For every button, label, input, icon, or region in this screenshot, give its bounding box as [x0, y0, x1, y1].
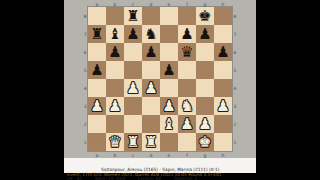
square-e2[interactable]: ♝ — [160, 115, 178, 133]
square-d1[interactable]: ♜ — [142, 133, 160, 151]
clock-text: 29 - 85 — [67, 176, 82, 180]
square-f6[interactable]: ♛ — [178, 43, 196, 61]
rank-label-6: 6 — [70, 45, 88, 59]
square-h1[interactable] — [214, 133, 232, 151]
piece-white-r-d1[interactable]: ♜ — [144, 133, 157, 151]
square-a7[interactable]: ♜ — [88, 25, 106, 43]
rank-label-4: 4 — [232, 81, 250, 95]
rank-label-8: 8 — [232, 9, 250, 23]
square-d7[interactable]: ♞ — [142, 25, 160, 43]
square-c3[interactable] — [124, 97, 142, 115]
square-h6[interactable]: ♟ — [214, 43, 232, 61]
piece-white-p-b3[interactable]: ♟ — [108, 97, 121, 115]
piece-black-b-b7[interactable]: ♝ — [108, 25, 121, 43]
square-h2[interactable] — [214, 115, 232, 133]
file-label-f: f — [180, 2, 194, 7]
rank-label-2: 2 — [70, 117, 88, 131]
square-f2[interactable]: ♟ — [178, 115, 196, 133]
video-frame: abcdefgh 87654321 ♜♚♜♝♟♞♟♟♟♟♛♟♟♟♟♟♟♟♟♞♟♝… — [0, 0, 320, 180]
piece-white-p-f2[interactable]: ♟ — [180, 115, 193, 133]
file-label-h: h — [216, 153, 230, 158]
file-label-a: a — [90, 2, 104, 7]
square-g8[interactable]: ♚ — [196, 7, 214, 25]
file-label-c: c — [126, 153, 140, 158]
piece-black-p-a5[interactable]: ♟ — [90, 61, 103, 79]
rank-label-7: 7 — [232, 27, 250, 41]
square-a1[interactable] — [88, 133, 106, 151]
piece-black-p-h6[interactable]: ♟ — [216, 43, 229, 61]
square-h8[interactable] — [214, 7, 232, 25]
square-g4[interactable] — [196, 79, 214, 97]
piece-black-p-e5[interactable]: ♟ — [162, 61, 175, 79]
piece-black-p-b6[interactable]: ♟ — [108, 43, 121, 61]
square-f1[interactable] — [178, 133, 196, 151]
file-label-e: e — [162, 2, 176, 7]
square-h5[interactable] — [214, 61, 232, 79]
square-d3[interactable] — [142, 97, 160, 115]
square-a6[interactable] — [88, 43, 106, 61]
file-label-e: e — [162, 153, 176, 158]
rank-label-5: 5 — [232, 63, 250, 77]
square-f7[interactable]: ♟ — [178, 25, 196, 43]
square-h4[interactable] — [214, 79, 232, 97]
chess-content-column: abcdefgh 87654321 ♜♚♜♝♟♞♟♟♟♟♛♟♟♟♟♟♟♟♟♞♟♝… — [64, 0, 256, 180]
square-c8[interactable]: ♜ — [124, 7, 142, 25]
piece-white-p-e3[interactable]: ♟ — [162, 97, 175, 115]
rank-label-1: 1 — [232, 135, 250, 149]
left-letterbox-bar — [0, 0, 64, 180]
piece-white-p-g2[interactable]: ♟ — [198, 115, 211, 133]
square-e7[interactable] — [160, 25, 178, 43]
piece-white-k-g1[interactable]: ♚ — [198, 133, 211, 151]
caption-strip: Soltanpour, Arezou (2165) - Sapin, Marin… — [64, 158, 256, 173]
piece-white-p-d4[interactable]: ♟ — [144, 79, 157, 97]
piece-black-k-g8[interactable]: ♚ — [198, 7, 211, 25]
square-e1[interactable] — [160, 133, 178, 151]
square-d4[interactable]: ♟ — [142, 79, 160, 97]
file-label-g: g — [198, 2, 212, 7]
rank-label-5: 5 — [70, 63, 88, 77]
square-e8[interactable] — [160, 7, 178, 25]
length-text: Length: 66 — [138, 176, 161, 180]
square-f5[interactable] — [178, 61, 196, 79]
rank-label-3: 3 — [70, 99, 88, 113]
rank-label-3: 3 — [232, 99, 250, 113]
piece-black-p-f7[interactable]: ♟ — [180, 25, 193, 43]
square-b5[interactable] — [106, 61, 124, 79]
piece-white-p-c4[interactable]: ♟ — [126, 79, 139, 97]
square-b8[interactable] — [106, 7, 124, 25]
square-c6[interactable] — [124, 43, 142, 61]
file-label-d: d — [144, 153, 158, 158]
square-b3[interactable]: ♟ — [106, 97, 124, 115]
piece-white-b-e2[interactable]: ♝ — [162, 115, 175, 133]
chess-board[interactable]: ♜♚♜♝♟♞♟♟♟♟♛♟♟♟♟♟♟♟♟♞♟♝♟♟♛♜♜♚ — [88, 7, 232, 151]
piece-white-q-b1[interactable]: ♛ — [108, 133, 121, 151]
square-b6[interactable]: ♟ — [106, 43, 124, 61]
square-c1[interactable]: ♜ — [124, 133, 142, 151]
piece-white-r-c1[interactable]: ♜ — [126, 133, 139, 151]
square-c5[interactable] — [124, 61, 142, 79]
square-g1[interactable]: ♚ — [196, 133, 214, 151]
square-h3[interactable]: ♟ — [214, 97, 232, 115]
rank-label-4: 4 — [70, 81, 88, 95]
square-g7[interactable]: ♟ — [196, 25, 214, 43]
piece-black-p-c7[interactable]: ♟ — [126, 25, 139, 43]
square-g3[interactable] — [196, 97, 214, 115]
piece-black-q-f6[interactable]: ♛ — [180, 43, 193, 61]
rank-label-7: 7 — [70, 27, 88, 41]
file-label-d: d — [144, 2, 158, 7]
square-c7[interactable]: ♟ — [124, 25, 142, 43]
right-letterbox-bar — [256, 0, 320, 180]
file-label-b: b — [108, 2, 122, 7]
square-e3[interactable]: ♟ — [160, 97, 178, 115]
square-f3[interactable]: ♞ — [178, 97, 196, 115]
square-h7[interactable] — [214, 25, 232, 43]
piece-black-n-d7[interactable]: ♞ — [144, 25, 157, 43]
square-c2[interactable] — [124, 115, 142, 133]
rank-labels-right: 87654321 — [232, 7, 256, 151]
square-a2[interactable] — [88, 115, 106, 133]
file-label-f: f — [180, 153, 194, 158]
square-d2[interactable] — [142, 115, 160, 133]
rank-labels-left: 87654321 — [64, 7, 88, 151]
square-g2[interactable]: ♟ — [196, 115, 214, 133]
square-e6[interactable] — [160, 43, 178, 61]
file-label-c: c — [126, 2, 140, 7]
rank-label-6: 6 — [232, 45, 250, 59]
square-d8[interactable] — [142, 7, 160, 25]
piece-white-p-a3[interactable]: ♟ — [90, 97, 103, 115]
square-f4[interactable] — [178, 79, 196, 97]
square-b4[interactable] — [106, 79, 124, 97]
board-panel: abcdefgh 87654321 ♜♚♜♝♟♞♟♟♟♟♛♟♟♟♟♟♟♟♟♞♟♝… — [64, 0, 256, 158]
piece-black-p-d6[interactable]: ♟ — [144, 43, 157, 61]
square-b7[interactable]: ♝ — [106, 25, 124, 43]
square-a4[interactable] — [88, 79, 106, 97]
square-g6[interactable] — [196, 43, 214, 61]
piece-black-p-g7[interactable]: ♟ — [198, 25, 211, 43]
file-label-b: b — [108, 153, 122, 158]
square-e5[interactable]: ♟ — [160, 61, 178, 79]
file-label-h: h — [216, 2, 230, 7]
square-e4[interactable] — [160, 79, 178, 97]
rank-label-1: 1 — [70, 135, 88, 149]
piece-black-r-c8[interactable]: ♜ — [126, 7, 139, 25]
square-a8[interactable] — [88, 7, 106, 25]
square-c4[interactable]: ♟ — [124, 79, 142, 97]
square-a5[interactable]: ♟ — [88, 61, 106, 79]
square-g5[interactable] — [196, 61, 214, 79]
next-move-text: Next: 19. Qe4 — [95, 176, 125, 180]
square-b1[interactable]: ♛ — [106, 133, 124, 151]
rank-label-2: 2 — [232, 117, 250, 131]
file-label-a: a — [90, 153, 104, 158]
piece-white-p-h3[interactable]: ♟ — [216, 97, 229, 115]
file-label-g: g — [198, 153, 212, 158]
square-a3[interactable]: ♟ — [88, 97, 106, 115]
file-labels-bottom: abcdefgh — [64, 151, 256, 158]
square-d5[interactable] — [142, 61, 160, 79]
square-d6[interactable]: ♟ — [142, 43, 160, 61]
piece-black-r-a7[interactable]: ♜ — [90, 25, 103, 43]
square-b2[interactable] — [106, 115, 124, 133]
square-f8[interactable] — [178, 7, 196, 25]
material-text: Material: 0 — [174, 176, 197, 180]
file-labels-top: abcdefgh — [64, 0, 256, 7]
piece-white-n-f3[interactable]: ♞ — [180, 97, 193, 115]
rank-label-8: 8 — [70, 9, 88, 23]
